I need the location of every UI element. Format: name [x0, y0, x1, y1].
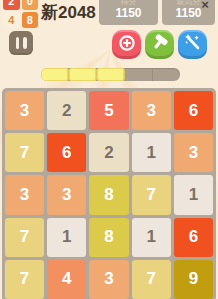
score-value: 1150 [99, 7, 158, 20]
tile-r4c5: 6 [174, 218, 213, 257]
tile-r1c3: 5 [89, 91, 128, 130]
progress-segment [153, 68, 180, 81]
tile-r2c4: 1 [132, 133, 171, 172]
tile-r2c1: 7 [5, 133, 44, 172]
progress-segment [125, 68, 153, 81]
tile-r1c1: 3 [5, 91, 44, 130]
tile-r5c3: 3 [89, 260, 128, 299]
close-icon[interactable]: × [197, 0, 213, 13]
hammer-icon [150, 33, 169, 56]
tile-r3c4: 7 [132, 175, 171, 214]
score-box: 得分 1150 [99, 0, 158, 25]
tile-r4c2: 1 [47, 218, 86, 257]
app-logo: 2048 [3, 0, 38, 28]
tile-r5c2: 4 [47, 260, 86, 299]
tile-r5c4: 7 [132, 260, 171, 299]
tile-r2c2: 6 [47, 133, 86, 172]
tile-r2c5: 3 [174, 133, 213, 172]
page-title: 新2048 [41, 1, 96, 24]
tile-r3c2: 3 [47, 175, 86, 214]
tile-r1c2: 2 [47, 91, 86, 130]
magic-wand-icon [183, 33, 202, 56]
game-board[interactable]: 3253676213338717181674379 [2, 88, 216, 299]
tile-r1c4: 3 [132, 91, 171, 130]
add-booster-button[interactable] [112, 30, 141, 59]
magic-wand-booster-button[interactable] [178, 30, 207, 59]
tile-r4c1: 7 [5, 218, 44, 257]
tile-r2c3: 2 [89, 133, 128, 172]
tile-r4c3: 8 [89, 218, 128, 257]
pause-icon [16, 37, 20, 49]
progress-segment [41, 68, 69, 81]
progress-segment [97, 68, 125, 81]
tile-r3c3: 8 [89, 175, 128, 214]
logo-tile: 0 [22, 0, 39, 10]
logo-tile: 4 [3, 12, 20, 29]
tile-r5c1: 7 [5, 260, 44, 299]
pause-button[interactable] [9, 31, 33, 55]
hammer-booster-button[interactable] [145, 30, 174, 59]
pause-icon [23, 37, 27, 49]
progress-segment [69, 68, 97, 81]
game-screen: 2048 新2048 得分 1150 最高分 1150 × [0, 0, 218, 299]
logo-tile: 8 [22, 12, 39, 29]
tile-r1c5: 6 [174, 91, 213, 130]
plus-circle-icon [118, 34, 136, 56]
tile-r5c5: 9 [174, 260, 213, 299]
tile-r3c5: 1 [174, 175, 213, 214]
level-progress-bar [41, 68, 180, 81]
tile-r4c4: 1 [132, 218, 171, 257]
logo-tile: 2 [3, 0, 20, 10]
tile-r3c1: 3 [5, 175, 44, 214]
